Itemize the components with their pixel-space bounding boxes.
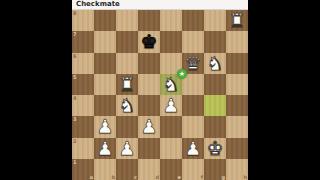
rank-label-1: 1: [73, 159, 76, 165]
square-b7[interactable]: [94, 31, 116, 52]
white-pawn[interactable]: ♟: [94, 116, 116, 137]
square-g7[interactable]: [204, 31, 226, 52]
file-label-e: e: [178, 174, 181, 180]
square-b6[interactable]: [94, 53, 116, 74]
rank-label-2: 2: [73, 138, 76, 144]
right-letterbox: [248, 0, 320, 180]
square-b2[interactable]: ♟: [94, 138, 116, 159]
left-letterbox: [0, 0, 72, 180]
square-h1[interactable]: h: [226, 159, 248, 180]
square-e4[interactable]: ♟: [160, 95, 182, 116]
status-text: Checkmate: [72, 0, 248, 9]
square-f8[interactable]: [182, 10, 204, 31]
square-b4[interactable]: [94, 95, 116, 116]
file-label-g: g: [221, 174, 225, 180]
file-label-f: f: [201, 174, 203, 180]
square-h8[interactable]: ♜: [226, 10, 248, 31]
square-h6[interactable]: [226, 53, 248, 74]
square-h4[interactable]: [226, 95, 248, 116]
white-pawn[interactable]: ♟: [94, 138, 116, 159]
file-label-h: h: [243, 174, 247, 180]
status-bar: Checkmate: [72, 0, 248, 10]
square-b1[interactable]: b: [94, 159, 116, 180]
square-e5[interactable]: ♞★: [160, 74, 182, 95]
rank-label-7: 7: [73, 31, 76, 37]
square-g8[interactable]: [204, 10, 226, 31]
rank-label-5: 5: [73, 74, 76, 80]
square-g3[interactable]: [204, 116, 226, 137]
chess-board[interactable]: 8♜7♚6♛♞5♜♞★4♞♟3♟♟2♟♟♟♚1abcdefgh: [72, 10, 248, 180]
square-b3[interactable]: ♟: [94, 116, 116, 137]
square-g5[interactable]: [204, 74, 226, 95]
rank-label-8: 8: [73, 10, 76, 16]
square-e8[interactable]: [160, 10, 182, 31]
square-b5[interactable]: [94, 74, 116, 95]
file-label-a: a: [90, 174, 93, 180]
rank-label-3: 3: [73, 116, 76, 122]
square-d2[interactable]: [138, 138, 160, 159]
square-g2[interactable]: ♚: [204, 138, 226, 159]
white-knight[interactable]: ♞: [204, 53, 226, 74]
square-f2[interactable]: ♟: [182, 138, 204, 159]
square-c8[interactable]: [116, 10, 138, 31]
square-c3[interactable]: [116, 116, 138, 137]
black-king[interactable]: ♚: [138, 31, 160, 52]
white-pawn[interactable]: ♟: [160, 95, 182, 116]
square-a4[interactable]: 4: [72, 95, 94, 116]
white-knight[interactable]: ♞: [116, 95, 138, 116]
square-d8[interactable]: [138, 10, 160, 31]
square-g6[interactable]: ♞: [204, 53, 226, 74]
square-d5[interactable]: [138, 74, 160, 95]
square-f7[interactable]: [182, 31, 204, 52]
square-h5[interactable]: [226, 74, 248, 95]
square-a5[interactable]: 5: [72, 74, 94, 95]
square-a7[interactable]: 7: [72, 31, 94, 52]
square-f1[interactable]: f: [182, 159, 204, 180]
best-move-star-icon: ★: [177, 69, 187, 79]
square-e1[interactable]: e: [160, 159, 182, 180]
square-d1[interactable]: d: [138, 159, 160, 180]
white-pawn[interactable]: ♟: [182, 138, 204, 159]
square-d4[interactable]: [138, 95, 160, 116]
app-screen: Checkmate 8♜7♚6♛♞5♜♞★4♞♟3♟♟2♟♟♟♚1abcdefg…: [0, 0, 320, 180]
square-a1[interactable]: 1a: [72, 159, 94, 180]
rank-label-4: 4: [73, 95, 76, 101]
square-c1[interactable]: c: [116, 159, 138, 180]
white-pawn[interactable]: ♟: [138, 116, 160, 137]
white-pawn[interactable]: ♟: [116, 138, 138, 159]
star-glyph: ★: [179, 69, 185, 79]
white-rook[interactable]: ♜: [116, 74, 138, 95]
square-h2[interactable]: [226, 138, 248, 159]
white-rook[interactable]: ♜: [226, 10, 248, 31]
square-e7[interactable]: [160, 31, 182, 52]
square-h3[interactable]: [226, 116, 248, 137]
square-f4[interactable]: [182, 95, 204, 116]
square-c7[interactable]: [116, 31, 138, 52]
square-c5[interactable]: ♜: [116, 74, 138, 95]
square-d6[interactable]: [138, 53, 160, 74]
square-d3[interactable]: ♟: [138, 116, 160, 137]
square-e2[interactable]: [160, 138, 182, 159]
square-a8[interactable]: 8: [72, 10, 94, 31]
file-label-b: b: [111, 174, 115, 180]
white-king[interactable]: ♚: [204, 138, 226, 159]
file-label-d: d: [155, 174, 159, 180]
square-g4[interactable]: [204, 95, 226, 116]
rank-label-6: 6: [73, 53, 76, 59]
square-b8[interactable]: [94, 10, 116, 31]
square-c6[interactable]: [116, 53, 138, 74]
file-label-c: c: [134, 174, 137, 180]
square-h7[interactable]: [226, 31, 248, 52]
square-a6[interactable]: 6: [72, 53, 94, 74]
square-g1[interactable]: g: [204, 159, 226, 180]
square-a3[interactable]: 3: [72, 116, 94, 137]
square-c4[interactable]: ♞: [116, 95, 138, 116]
square-d7[interactable]: ♚: [138, 31, 160, 52]
square-a2[interactable]: 2: [72, 138, 94, 159]
square-e3[interactable]: [160, 116, 182, 137]
square-c2[interactable]: ♟: [116, 138, 138, 159]
square-f3[interactable]: [182, 116, 204, 137]
